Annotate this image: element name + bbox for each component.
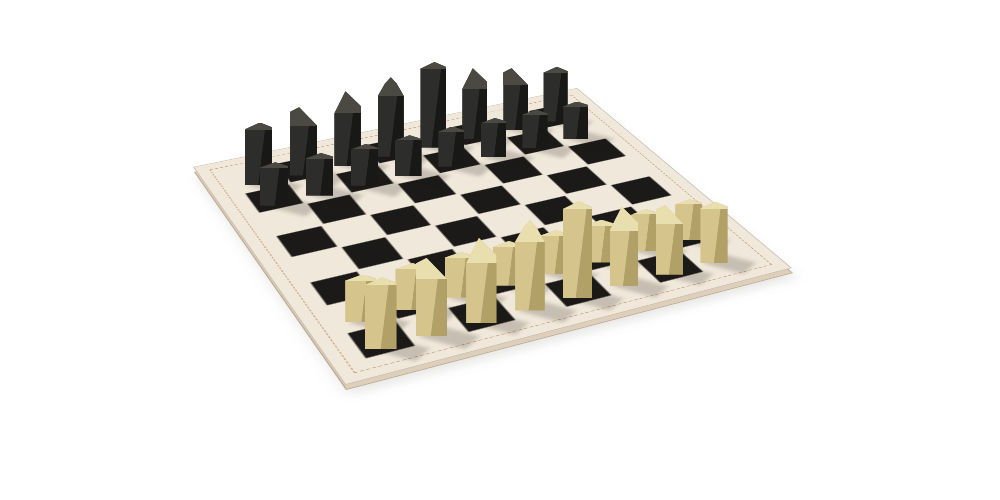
chess-set-photo-scene: ♜♞♝♟♚♟♛♟♝♟♞♟♜♟♟♟♙♙♙♖♙♘♙♗♙♔♙♕♙♗♘♖	[0, 0, 1000, 500]
chess-board	[193, 88, 792, 385]
board-grid	[229, 103, 750, 360]
